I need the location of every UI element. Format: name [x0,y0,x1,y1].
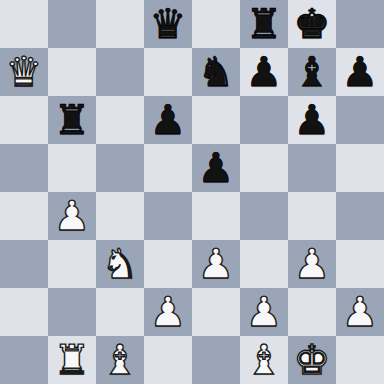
square-f1[interactable]: ♝ [240,336,288,384]
square-a1[interactable] [0,336,48,384]
piece-white-pawn[interactable]: ♟ [294,240,331,288]
square-b8[interactable] [48,0,96,48]
piece-white-king[interactable]: ♚ [294,336,331,384]
square-d2[interactable]: ♟ [144,288,192,336]
piece-black-pawn[interactable]: ♟ [150,96,187,144]
square-d8[interactable]: ♛ [144,0,192,48]
square-f6[interactable] [240,96,288,144]
piece-white-queen[interactable]: ♛ [6,48,43,96]
square-e6[interactable] [192,96,240,144]
square-h1[interactable] [336,336,384,384]
square-a2[interactable] [0,288,48,336]
square-f7[interactable]: ♟ [240,48,288,96]
piece-white-pawn[interactable]: ♟ [246,288,283,336]
square-d6[interactable]: ♟ [144,96,192,144]
piece-black-queen[interactable]: ♛ [150,0,187,48]
square-f4[interactable] [240,192,288,240]
square-a8[interactable] [0,0,48,48]
square-h4[interactable] [336,192,384,240]
piece-white-knight[interactable]: ♞ [102,240,139,288]
square-c6[interactable] [96,96,144,144]
square-h8[interactable] [336,0,384,48]
square-h6[interactable] [336,96,384,144]
square-f3[interactable] [240,240,288,288]
square-e2[interactable] [192,288,240,336]
square-c5[interactable] [96,144,144,192]
square-h3[interactable] [336,240,384,288]
square-e1[interactable] [192,336,240,384]
square-b4[interactable]: ♟ [48,192,96,240]
square-g8[interactable]: ♚ [288,0,336,48]
square-c2[interactable] [96,288,144,336]
square-h2[interactable]: ♟ [336,288,384,336]
piece-black-rook[interactable]: ♜ [54,96,91,144]
square-d7[interactable] [144,48,192,96]
piece-black-pawn[interactable]: ♟ [246,48,283,96]
piece-white-rook[interactable]: ♜ [54,336,91,384]
square-c8[interactable] [96,0,144,48]
square-h5[interactable] [336,144,384,192]
piece-black-rook[interactable]: ♜ [246,0,283,48]
square-c7[interactable] [96,48,144,96]
piece-white-pawn[interactable]: ♟ [150,288,187,336]
chess-board: ♛♜♚♛♞♟♝♟♜♟♟♟♟♞♟♟♟♟♟♜♝♝♚ [0,0,384,384]
square-b1[interactable]: ♜ [48,336,96,384]
square-c3[interactable]: ♞ [96,240,144,288]
piece-white-bishop[interactable]: ♝ [246,336,283,384]
piece-black-knight[interactable]: ♞ [198,48,235,96]
square-e5[interactable]: ♟ [192,144,240,192]
square-g2[interactable] [288,288,336,336]
piece-white-pawn[interactable]: ♟ [198,240,235,288]
square-f5[interactable] [240,144,288,192]
piece-white-pawn[interactable]: ♟ [342,288,379,336]
square-b3[interactable] [48,240,96,288]
square-g7[interactable]: ♝ [288,48,336,96]
square-h7[interactable]: ♟ [336,48,384,96]
piece-white-bishop[interactable]: ♝ [102,336,139,384]
square-c1[interactable]: ♝ [96,336,144,384]
square-a7[interactable]: ♛ [0,48,48,96]
square-g5[interactable] [288,144,336,192]
square-g6[interactable]: ♟ [288,96,336,144]
square-e7[interactable]: ♞ [192,48,240,96]
square-b2[interactable] [48,288,96,336]
square-b6[interactable]: ♜ [48,96,96,144]
square-d4[interactable] [144,192,192,240]
square-b5[interactable] [48,144,96,192]
piece-black-king[interactable]: ♚ [294,0,331,48]
square-d3[interactable] [144,240,192,288]
square-b7[interactable] [48,48,96,96]
square-d1[interactable] [144,336,192,384]
square-e4[interactable] [192,192,240,240]
square-f2[interactable]: ♟ [240,288,288,336]
square-a4[interactable] [0,192,48,240]
square-g1[interactable]: ♚ [288,336,336,384]
piece-black-bishop[interactable]: ♝ [294,48,331,96]
square-g3[interactable]: ♟ [288,240,336,288]
square-a5[interactable] [0,144,48,192]
piece-white-pawn[interactable]: ♟ [54,192,91,240]
square-d5[interactable] [144,144,192,192]
square-e8[interactable] [192,0,240,48]
square-c4[interactable] [96,192,144,240]
square-f8[interactable]: ♜ [240,0,288,48]
square-a3[interactable] [0,240,48,288]
square-a6[interactable] [0,96,48,144]
piece-black-pawn[interactable]: ♟ [294,96,331,144]
piece-black-pawn[interactable]: ♟ [198,144,235,192]
piece-black-pawn[interactable]: ♟ [342,48,379,96]
square-g4[interactable] [288,192,336,240]
square-e3[interactable]: ♟ [192,240,240,288]
